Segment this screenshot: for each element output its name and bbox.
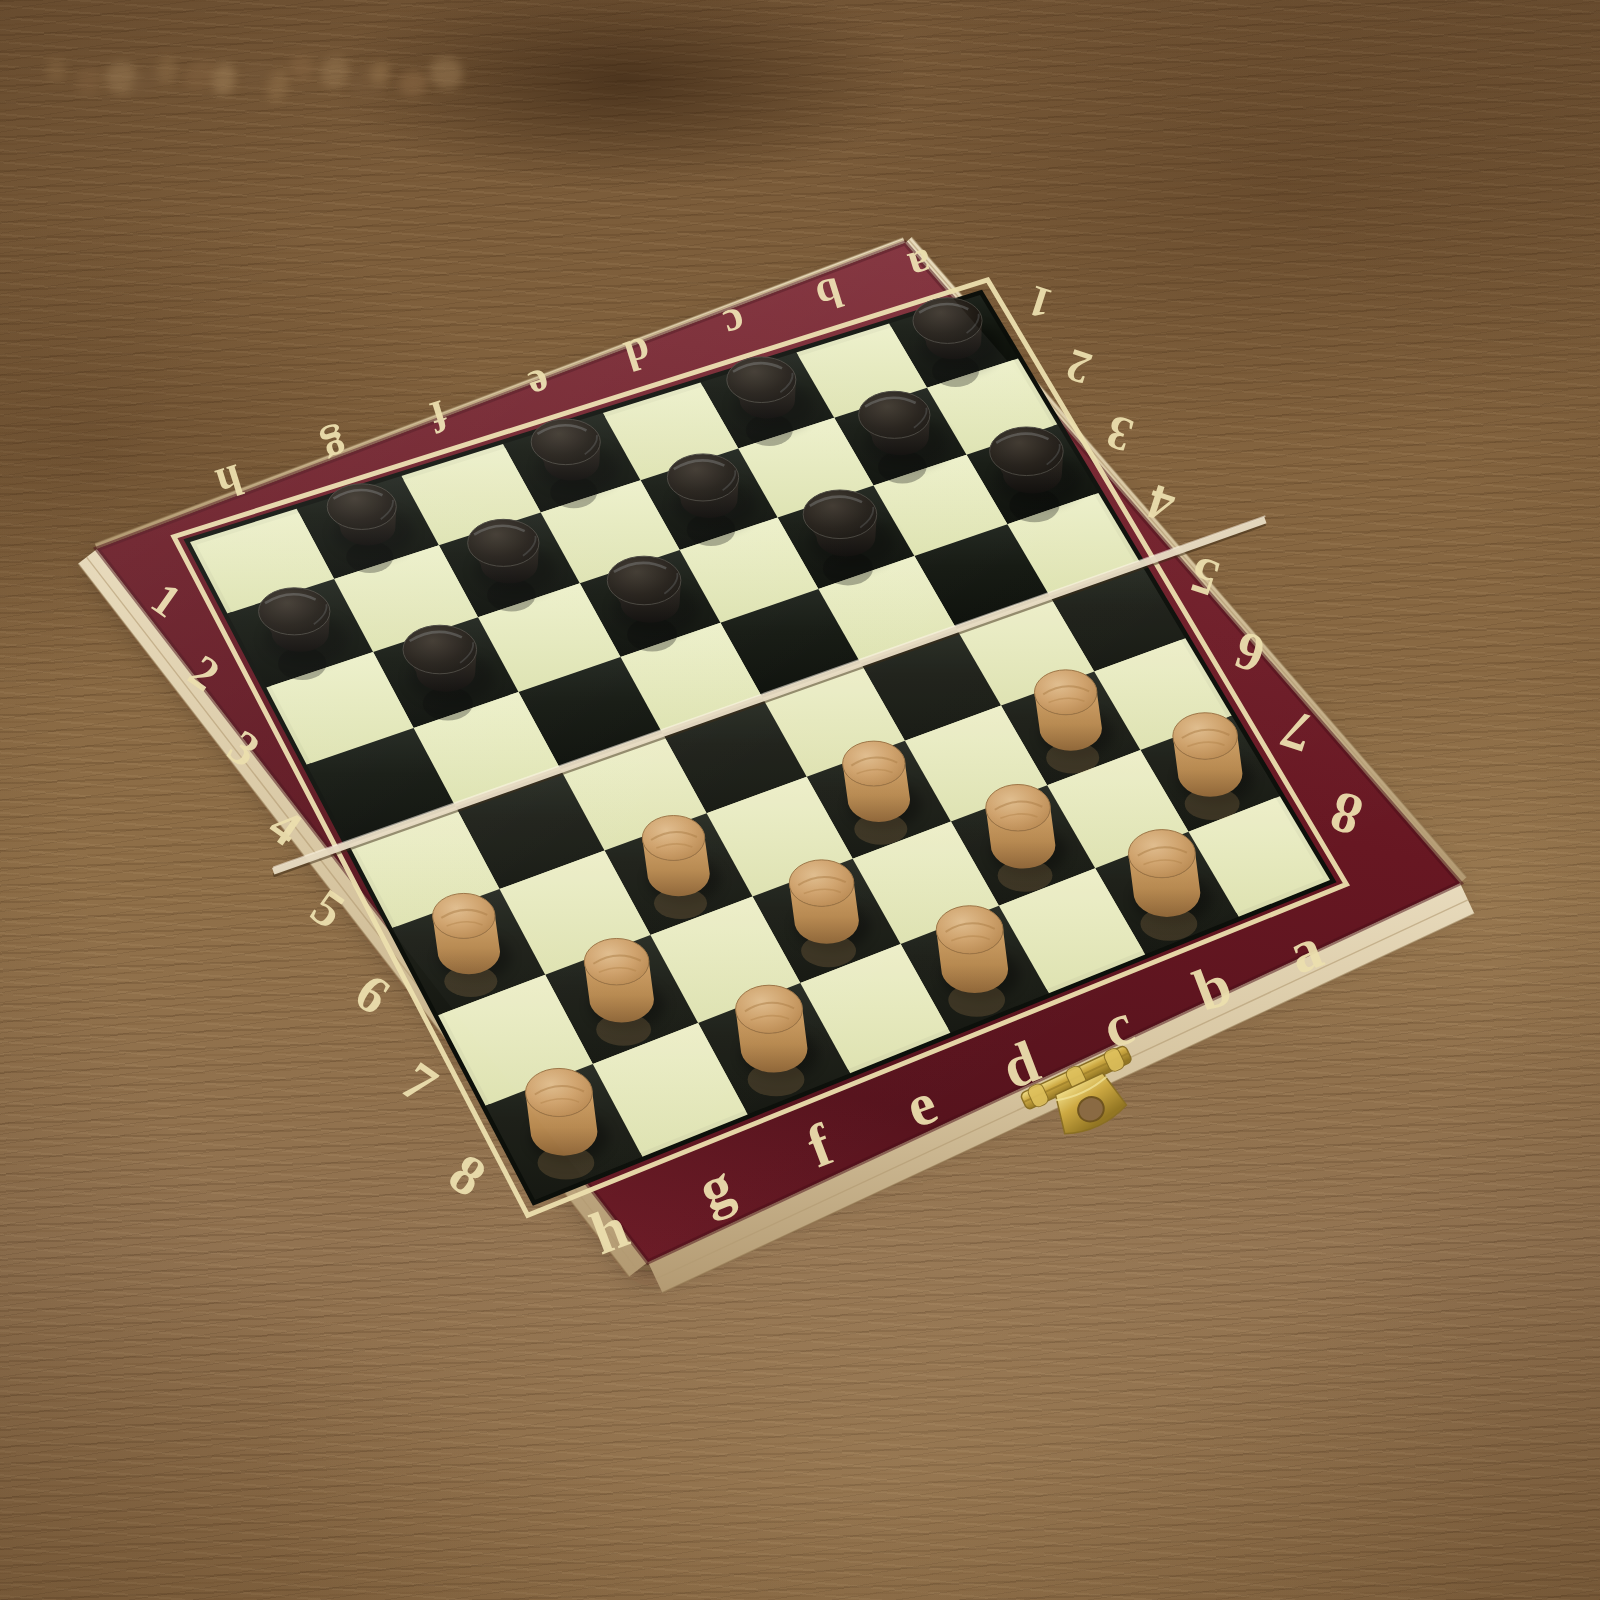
label-rank-right-1: 1	[1022, 275, 1058, 328]
label-rank-right-2: 2	[1060, 339, 1098, 395]
label-rank-right-3: 3	[1100, 405, 1139, 463]
label-rank-left-7: 7	[391, 1050, 449, 1116]
photo-scene: aabbccddeeffgghh1122334455667788	[0, 0, 1600, 1600]
board-sheen	[97, 243, 1460, 1262]
label-rank-left-8: 8	[438, 1142, 497, 1209]
label-rank-left-6: 6	[345, 962, 401, 1026]
checkers-board: aabbccddeeffgghh1122334455667788	[0, 0, 1600, 1600]
